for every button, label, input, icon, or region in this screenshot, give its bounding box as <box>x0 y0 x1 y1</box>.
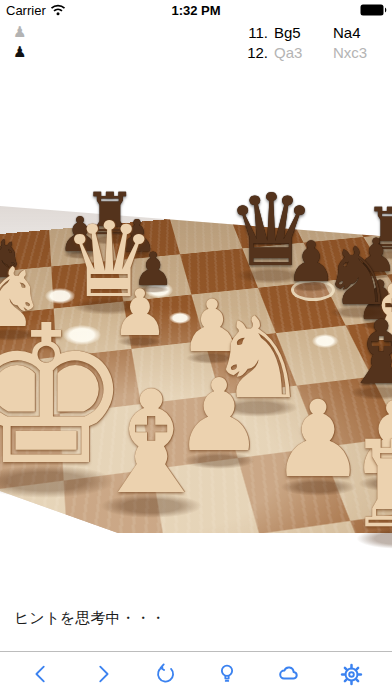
black-move-pending[interactable]: Nxc3 <box>333 44 389 61</box>
forward-button[interactable] <box>86 657 120 691</box>
move-number: 11. <box>232 24 268 41</box>
lightbulb-icon <box>216 663 238 685</box>
white-pawn-icon: ♟ <box>13 25 26 40</box>
move-number: 12. <box>232 44 268 61</box>
spotlight-dot <box>312 334 338 348</box>
cloud-button[interactable] <box>272 657 306 691</box>
bottom-toolbar <box>0 652 392 696</box>
move-row-11[interactable]: ♟ 11. Bg5 Na4 <box>0 22 392 42</box>
chess-app-screen: Carrier 1:32 PM ♟ 11. Bg5 Na4 ♟ 12. Qa3 <box>0 0 392 696</box>
move-list: ♟ 11. Bg5 Na4 ♟ 12. Qa3 Nxc3 <box>0 22 392 62</box>
cloud-icon <box>277 662 301 686</box>
white-move[interactable]: Bg5 <box>274 24 326 41</box>
replay-button[interactable] <box>148 657 182 691</box>
black-pawn-icon: ♟ <box>13 45 26 60</box>
undo-arrow-icon <box>154 663 176 685</box>
gear-icon <box>340 663 363 686</box>
settings-button[interactable] <box>334 657 368 691</box>
black-move[interactable]: Na4 <box>333 24 389 41</box>
hint-button[interactable] <box>210 657 244 691</box>
chevron-right-icon <box>92 663 114 685</box>
clock: 1:32 PM <box>0 3 392 18</box>
move-row-12[interactable]: ♟ 12. Qa3 Nxc3 <box>0 42 392 62</box>
square-d2[interactable] <box>165 534 285 642</box>
battery-icon <box>360 4 387 16</box>
hint-status-text: ヒントを思考中・・・ <box>14 609 165 628</box>
piece-white-rook-h1[interactable]: ♜ <box>345 425 392 545</box>
chevron-left-icon <box>30 663 52 685</box>
back-button[interactable] <box>24 657 58 691</box>
square-c2[interactable] <box>68 547 181 659</box>
white-move-pending[interactable]: Qa3 <box>274 44 326 61</box>
piece-white-king-e1[interactable]: ♚ <box>0 300 132 492</box>
status-bar: Carrier 1:32 PM <box>0 0 392 20</box>
